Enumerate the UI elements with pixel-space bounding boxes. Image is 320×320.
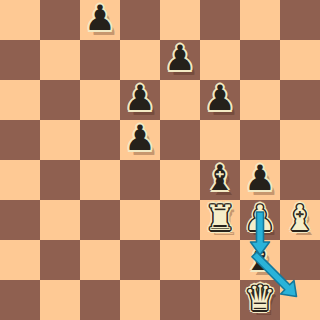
black-pawn-d5[interactable]: ♟ <box>120 118 160 158</box>
square-d6[interactable]: ♟ <box>120 80 160 120</box>
square-e2[interactable] <box>160 240 200 280</box>
square-e8[interactable] <box>160 0 200 40</box>
square-f5[interactable] <box>200 120 240 160</box>
white-pawn-g3[interactable]: ♟ <box>240 198 280 238</box>
black-pawn-d6[interactable]: ♟ <box>120 78 160 118</box>
square-c3[interactable] <box>80 200 120 240</box>
square-d7[interactable] <box>120 40 160 80</box>
square-g3[interactable]: ♟ <box>240 200 280 240</box>
square-b5[interactable] <box>40 120 80 160</box>
square-e7[interactable]: ♟ <box>160 40 200 80</box>
square-e3[interactable] <box>160 200 200 240</box>
square-g8[interactable] <box>240 0 280 40</box>
square-b6[interactable] <box>40 80 80 120</box>
square-d4[interactable] <box>120 160 160 200</box>
square-b4[interactable] <box>40 160 80 200</box>
square-c4[interactable] <box>80 160 120 200</box>
square-g1[interactable]: ♛ <box>240 280 280 320</box>
board-squares: ♟♟♟♟♟♝♟♜♟♝♝♛ <box>0 0 320 320</box>
square-f7[interactable] <box>200 40 240 80</box>
square-d1[interactable] <box>120 280 160 320</box>
white-queen-g1[interactable]: ♛ <box>240 278 280 318</box>
square-b7[interactable] <box>40 40 80 80</box>
square-e6[interactable] <box>160 80 200 120</box>
square-h5[interactable] <box>280 120 320 160</box>
square-d2[interactable] <box>120 240 160 280</box>
black-pawn-f6[interactable]: ♟ <box>200 78 240 118</box>
square-f3[interactable]: ♜ <box>200 200 240 240</box>
black-bishop-g2[interactable]: ♝ <box>240 238 280 278</box>
square-g6[interactable] <box>240 80 280 120</box>
square-f4[interactable]: ♝ <box>200 160 240 200</box>
square-b2[interactable] <box>40 240 80 280</box>
black-pawn-g4[interactable]: ♟ <box>240 158 280 198</box>
white-bishop-h3[interactable]: ♝ <box>280 198 320 238</box>
square-g4[interactable]: ♟ <box>240 160 280 200</box>
square-a7[interactable] <box>0 40 40 80</box>
square-f6[interactable]: ♟ <box>200 80 240 120</box>
square-g7[interactable] <box>240 40 280 80</box>
square-h6[interactable] <box>280 80 320 120</box>
square-e5[interactable] <box>160 120 200 160</box>
square-a5[interactable] <box>0 120 40 160</box>
square-a8[interactable] <box>0 0 40 40</box>
square-c8[interactable]: ♟ <box>80 0 120 40</box>
square-d8[interactable] <box>120 0 160 40</box>
square-g5[interactable] <box>240 120 280 160</box>
square-c2[interactable] <box>80 240 120 280</box>
square-a1[interactable] <box>0 280 40 320</box>
square-b8[interactable] <box>40 0 80 40</box>
square-d5[interactable]: ♟ <box>120 120 160 160</box>
square-f2[interactable] <box>200 240 240 280</box>
square-d3[interactable] <box>120 200 160 240</box>
square-c7[interactable] <box>80 40 120 80</box>
square-e1[interactable] <box>160 280 200 320</box>
square-a6[interactable] <box>0 80 40 120</box>
square-h4[interactable] <box>280 160 320 200</box>
black-bishop-f4[interactable]: ♝ <box>200 158 240 198</box>
square-c6[interactable] <box>80 80 120 120</box>
square-a2[interactable] <box>0 240 40 280</box>
square-h1[interactable] <box>280 280 320 320</box>
square-f1[interactable] <box>200 280 240 320</box>
white-rook-f3[interactable]: ♜ <box>200 198 240 238</box>
black-pawn-c8[interactable]: ♟ <box>80 0 120 38</box>
square-e4[interactable] <box>160 160 200 200</box>
square-b1[interactable] <box>40 280 80 320</box>
square-a3[interactable] <box>0 200 40 240</box>
square-b3[interactable] <box>40 200 80 240</box>
square-h8[interactable] <box>280 0 320 40</box>
square-c1[interactable] <box>80 280 120 320</box>
square-g2[interactable]: ♝ <box>240 240 280 280</box>
square-c5[interactable] <box>80 120 120 160</box>
square-h3[interactable]: ♝ <box>280 200 320 240</box>
square-a4[interactable] <box>0 160 40 200</box>
black-pawn-e7[interactable]: ♟ <box>160 38 200 78</box>
square-f8[interactable] <box>200 0 240 40</box>
chess-board: ♟♟♟♟♟♝♟♜♟♝♝♛ <box>0 0 320 320</box>
square-h7[interactable] <box>280 40 320 80</box>
square-h2[interactable] <box>280 240 320 280</box>
